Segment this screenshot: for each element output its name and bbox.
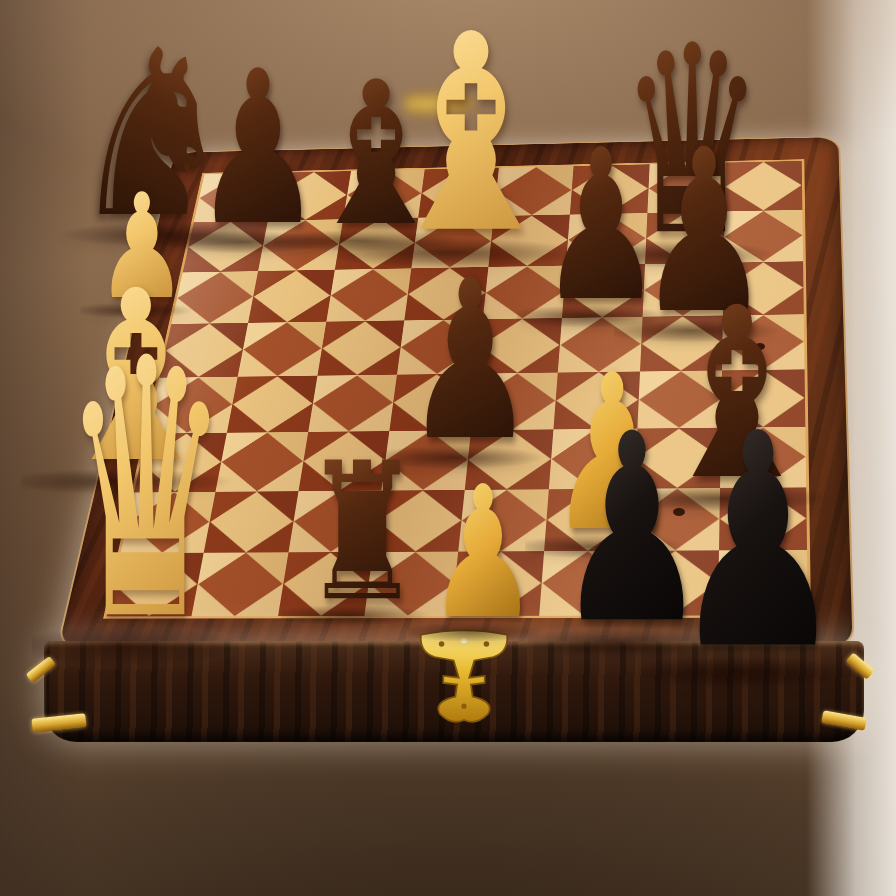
piece-dark-rook-d2[interactable]: ♜ — [302, 438, 421, 628]
square-b5[interactable] — [238, 321, 326, 376]
piece-black-pawn-h1[interactable]: ♟ — [671, 395, 846, 690]
square-b6[interactable] — [248, 269, 334, 322]
square-c5[interactable] — [317, 320, 404, 375]
piece-gold-pawn-e1[interactable]: ♟ — [428, 462, 539, 644]
piece-white-queen-a1[interactable]: ♛ — [62, 312, 230, 669]
photo-stage: ♞♟♝♝♛♟♟♟♟♝♝♟♜♟♟♛♟ — [0, 0, 896, 896]
piece-dark-pawn-e4[interactable]: ♟ — [405, 251, 535, 471]
